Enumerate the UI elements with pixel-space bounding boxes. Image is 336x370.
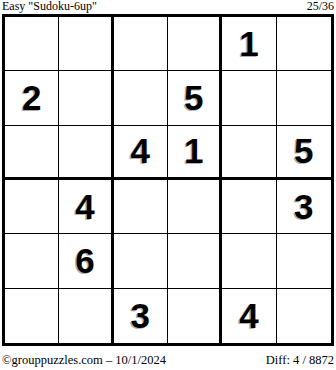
cell-r1c5-given-1[interactable]: 1: [222, 17, 276, 71]
cell-r1c2-empty[interactable]: [59, 17, 113, 71]
cell-r3c1-empty[interactable]: [5, 126, 59, 180]
cell-r3c5-empty[interactable]: [222, 126, 276, 180]
cell-r6c1-empty[interactable]: [5, 289, 59, 343]
puzzle-counter: 25/36: [307, 0, 334, 13]
cell-r2c5-empty[interactable]: [222, 71, 276, 125]
cell-r3c4-given-1[interactable]: 1: [168, 126, 222, 180]
cell-r4c2-given-4[interactable]: 4: [59, 180, 113, 234]
cell-r3c3-given-4[interactable]: 4: [114, 126, 168, 180]
cell-r5c6-empty[interactable]: [277, 234, 331, 288]
cell-r6c6-empty[interactable]: [277, 289, 331, 343]
cell-r3c6-given-5[interactable]: 5: [277, 126, 331, 180]
sudoku-board: 12541543634: [2, 14, 334, 346]
cell-r6c4-empty[interactable]: [168, 289, 222, 343]
cell-r6c3-given-3[interactable]: 3: [114, 289, 168, 343]
copyright-text: ©grouppuzzles.com – 10/1/2024: [2, 353, 166, 368]
cell-r2c1-given-2[interactable]: 2: [5, 71, 59, 125]
cell-r1c1-empty[interactable]: [5, 17, 59, 71]
cell-r1c3-empty[interactable]: [114, 17, 168, 71]
cell-r2c3-empty[interactable]: [114, 71, 168, 125]
cell-r2c2-empty[interactable]: [59, 71, 113, 125]
puzzle-title: Easy "Sudoku-6up": [2, 0, 97, 13]
cell-r2c6-empty[interactable]: [277, 71, 331, 125]
cell-r5c1-empty[interactable]: [5, 234, 59, 288]
footer: ©grouppuzzles.com – 10/1/2024 Diff: 4 / …: [2, 352, 334, 368]
cell-r5c4-empty[interactable]: [168, 234, 222, 288]
cell-r4c5-empty[interactable]: [222, 180, 276, 234]
cell-r6c2-empty[interactable]: [59, 289, 113, 343]
cell-r6c5-given-4[interactable]: 4: [222, 289, 276, 343]
cell-r5c3-empty[interactable]: [114, 234, 168, 288]
cell-r4c6-given-3[interactable]: 3: [277, 180, 331, 234]
cell-r3c2-empty[interactable]: [59, 126, 113, 180]
cell-r4c4-empty[interactable]: [168, 180, 222, 234]
cell-r1c4-empty[interactable]: [168, 17, 222, 71]
difficulty-text: Diff: 4 / 8872: [266, 353, 334, 368]
cell-r5c2-given-6[interactable]: 6: [59, 234, 113, 288]
puzzle-page: Easy "Sudoku-6up" 25/36 12541543634 ©gro…: [0, 0, 336, 370]
header: Easy "Sudoku-6up" 25/36: [2, 0, 334, 14]
cell-r5c5-empty[interactable]: [222, 234, 276, 288]
cell-r4c3-empty[interactable]: [114, 180, 168, 234]
cell-r4c1-empty[interactable]: [5, 180, 59, 234]
cell-r2c4-given-5[interactable]: 5: [168, 71, 222, 125]
cell-r1c6-empty[interactable]: [277, 17, 331, 71]
